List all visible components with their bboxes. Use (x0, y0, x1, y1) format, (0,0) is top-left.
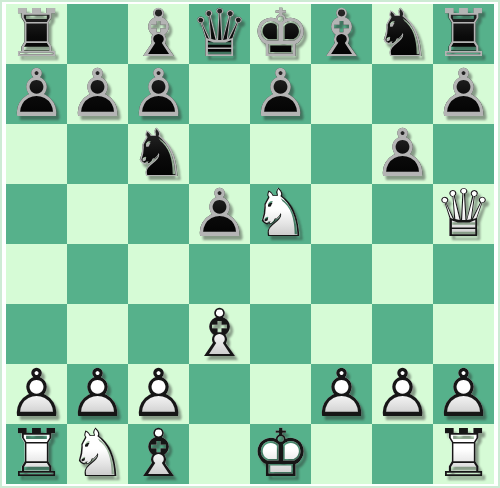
black-pawn-outline-icon: ♙ (67, 64, 128, 124)
square-c4[interactable] (128, 244, 189, 304)
square-e4[interactable] (250, 244, 311, 304)
square-f4[interactable] (311, 244, 372, 304)
square-d6[interactable] (189, 124, 250, 184)
black-queen-outline-icon: ♕ (189, 4, 250, 64)
square-b8[interactable] (67, 4, 128, 64)
black-rook-outline-icon: ♖ (6, 4, 67, 64)
square-e5[interactable]: ♞♘ (250, 184, 311, 244)
white-pawn-icon: ♟ (6, 364, 67, 424)
square-e3[interactable] (250, 304, 311, 364)
square-g2[interactable]: ♟♙ (372, 364, 433, 424)
piece-black-knight[interactable]: ♞♘ (128, 124, 189, 184)
black-pawn-outline-icon: ♙ (250, 64, 311, 124)
square-d3[interactable]: ♝♗ (189, 304, 250, 364)
square-d7[interactable] (189, 64, 250, 124)
black-pawn-icon: ♟ (433, 64, 494, 124)
piece-black-bishop[interactable]: ♝♗ (128, 4, 189, 64)
piece-black-pawn[interactable]: ♟♙ (67, 64, 128, 124)
square-d1[interactable] (189, 424, 250, 484)
piece-white-pawn[interactable]: ♟♙ (372, 364, 433, 424)
piece-white-pawn[interactable]: ♟♙ (128, 364, 189, 424)
square-b1[interactable]: ♞♘ (67, 424, 128, 484)
square-g8[interactable]: ♞♘ (372, 4, 433, 64)
white-pawn-outline-icon: ♙ (372, 364, 433, 424)
black-bishop-outline-icon: ♗ (311, 4, 372, 64)
square-g6[interactable]: ♟♙ (372, 124, 433, 184)
square-b7[interactable]: ♟♙ (67, 64, 128, 124)
white-rook-icon: ♜ (433, 424, 494, 484)
square-h5[interactable]: ♛♕ (433, 184, 494, 244)
piece-white-knight[interactable]: ♞♘ (67, 424, 128, 484)
white-pawn-outline-icon: ♙ (128, 364, 189, 424)
square-g7[interactable] (372, 64, 433, 124)
piece-black-knight[interactable]: ♞♘ (372, 4, 433, 64)
piece-white-pawn[interactable]: ♟♙ (67, 364, 128, 424)
piece-white-pawn[interactable]: ♟♙ (311, 364, 372, 424)
black-knight-icon: ♞ (128, 124, 189, 184)
piece-black-pawn[interactable]: ♟♙ (433, 64, 494, 124)
white-pawn-icon: ♟ (372, 364, 433, 424)
piece-white-knight[interactable]: ♞♘ (250, 184, 311, 244)
white-rook-icon: ♜ (6, 424, 67, 484)
white-knight-icon: ♞ (250, 184, 311, 244)
black-bishop-icon: ♝ (311, 4, 372, 64)
black-pawn-icon: ♟ (6, 64, 67, 124)
piece-white-bishop[interactable]: ♝♗ (189, 304, 250, 364)
square-b3[interactable] (67, 304, 128, 364)
black-bishop-icon: ♝ (128, 4, 189, 64)
chess-board: ♜♖♝♗♛♕♚♔♝♗♞♘♜♖♟♙♟♙♟♙♟♙♟♙♞♘♟♙♟♙♞♘♛♕♝♗♟♙♟♙… (6, 4, 494, 484)
black-knight-outline-icon: ♘ (372, 4, 433, 64)
black-rook-icon: ♜ (433, 4, 494, 64)
black-queen-icon: ♛ (189, 4, 250, 64)
piece-black-pawn[interactable]: ♟♙ (6, 64, 67, 124)
piece-black-queen[interactable]: ♛♕ (189, 4, 250, 64)
square-h4[interactable] (433, 244, 494, 304)
square-a3[interactable] (6, 304, 67, 364)
square-f2[interactable]: ♟♙ (311, 364, 372, 424)
black-pawn-outline-icon: ♙ (128, 64, 189, 124)
square-h2[interactable]: ♟♙ (433, 364, 494, 424)
square-h7[interactable]: ♟♙ (433, 64, 494, 124)
square-g1[interactable] (372, 424, 433, 484)
square-g5[interactable] (372, 184, 433, 244)
square-c8[interactable]: ♝♗ (128, 4, 189, 64)
white-bishop-icon: ♝ (189, 304, 250, 364)
square-d8[interactable]: ♛♕ (189, 4, 250, 64)
black-pawn-icon: ♟ (250, 64, 311, 124)
square-b6[interactable] (67, 124, 128, 184)
piece-white-rook[interactable]: ♜♖ (6, 424, 67, 484)
square-f8[interactable]: ♝♗ (311, 4, 372, 64)
white-knight-outline-icon: ♘ (67, 424, 128, 484)
square-a4[interactable] (6, 244, 67, 304)
square-a7[interactable]: ♟♙ (6, 64, 67, 124)
piece-white-rook[interactable]: ♜♖ (433, 424, 494, 484)
square-e8[interactable]: ♚♔ (250, 4, 311, 64)
square-f3[interactable] (311, 304, 372, 364)
square-c2[interactable]: ♟♙ (128, 364, 189, 424)
square-f1[interactable] (311, 424, 372, 484)
black-knight-outline-icon: ♘ (128, 124, 189, 184)
white-queen-outline-icon: ♕ (433, 184, 494, 244)
piece-black-pawn[interactable]: ♟♙ (128, 64, 189, 124)
square-a8[interactable]: ♜♖ (6, 4, 67, 64)
piece-white-bishop[interactable]: ♝♗ (128, 424, 189, 484)
square-h8[interactable]: ♜♖ (433, 4, 494, 64)
black-knight-icon: ♞ (372, 4, 433, 64)
black-pawn-outline-icon: ♙ (189, 184, 250, 244)
square-d5[interactable]: ♟♙ (189, 184, 250, 244)
square-c6[interactable]: ♞♘ (128, 124, 189, 184)
square-e1[interactable]: ♚♔ (250, 424, 311, 484)
square-e2[interactable] (250, 364, 311, 424)
square-h6[interactable] (433, 124, 494, 184)
piece-black-pawn[interactable]: ♟♙ (250, 64, 311, 124)
board-frame: ♜♖♝♗♛♕♚♔♝♗♞♘♜♖♟♙♟♙♟♙♟♙♟♙♞♘♟♙♟♙♞♘♛♕♝♗♟♙♟♙… (0, 0, 500, 488)
square-f6[interactable] (311, 124, 372, 184)
black-rook-outline-icon: ♖ (433, 4, 494, 64)
square-h3[interactable] (433, 304, 494, 364)
white-bishop-outline-icon: ♗ (128, 424, 189, 484)
square-g3[interactable] (372, 304, 433, 364)
piece-white-king[interactable]: ♚♔ (250, 424, 311, 484)
square-a2[interactable]: ♟♙ (6, 364, 67, 424)
square-c1[interactable]: ♝♗ (128, 424, 189, 484)
square-e6[interactable] (250, 124, 311, 184)
white-bishop-icon: ♝ (128, 424, 189, 484)
white-knight-icon: ♞ (67, 424, 128, 484)
white-bishop-outline-icon: ♗ (189, 304, 250, 364)
black-pawn-icon: ♟ (67, 64, 128, 124)
piece-black-bishop[interactable]: ♝♗ (311, 4, 372, 64)
white-pawn-outline-icon: ♙ (67, 364, 128, 424)
white-rook-outline-icon: ♖ (433, 424, 494, 484)
piece-black-pawn[interactable]: ♟♙ (372, 124, 433, 184)
white-pawn-icon: ♟ (311, 364, 372, 424)
black-king-outline-icon: ♔ (250, 4, 311, 64)
white-pawn-outline-icon: ♙ (311, 364, 372, 424)
piece-white-pawn[interactable]: ♟♙ (433, 364, 494, 424)
piece-white-queen[interactable]: ♛♕ (433, 184, 494, 244)
white-pawn-icon: ♟ (433, 364, 494, 424)
black-pawn-outline-icon: ♙ (6, 64, 67, 124)
white-knight-outline-icon: ♘ (250, 184, 311, 244)
square-a5[interactable] (6, 184, 67, 244)
black-pawn-outline-icon: ♙ (372, 124, 433, 184)
square-b2[interactable]: ♟♙ (67, 364, 128, 424)
square-g4[interactable] (372, 244, 433, 304)
white-queen-icon: ♛ (433, 184, 494, 244)
white-pawn-icon: ♟ (128, 364, 189, 424)
white-king-icon: ♚ (250, 424, 311, 484)
black-pawn-icon: ♟ (372, 124, 433, 184)
black-king-icon: ♚ (250, 4, 311, 64)
square-b5[interactable] (67, 184, 128, 244)
square-c3[interactable] (128, 304, 189, 364)
square-f5[interactable] (311, 184, 372, 244)
piece-black-pawn[interactable]: ♟♙ (189, 184, 250, 244)
square-d2[interactable] (189, 364, 250, 424)
black-bishop-outline-icon: ♗ (128, 4, 189, 64)
white-pawn-outline-icon: ♙ (6, 364, 67, 424)
square-a6[interactable] (6, 124, 67, 184)
piece-black-rook[interactable]: ♜♖ (433, 4, 494, 64)
square-f7[interactable] (311, 64, 372, 124)
black-pawn-outline-icon: ♙ (433, 64, 494, 124)
black-rook-icon: ♜ (6, 4, 67, 64)
square-c7[interactable]: ♟♙ (128, 64, 189, 124)
white-rook-outline-icon: ♖ (6, 424, 67, 484)
black-pawn-icon: ♟ (189, 184, 250, 244)
black-pawn-icon: ♟ (128, 64, 189, 124)
square-e7[interactable]: ♟♙ (250, 64, 311, 124)
white-pawn-outline-icon: ♙ (433, 364, 494, 424)
white-pawn-icon: ♟ (67, 364, 128, 424)
square-b4[interactable] (67, 244, 128, 304)
square-d4[interactable] (189, 244, 250, 304)
square-h1[interactable]: ♜♖ (433, 424, 494, 484)
piece-black-king[interactable]: ♚♔ (250, 4, 311, 64)
piece-black-rook[interactable]: ♜♖ (6, 4, 67, 64)
square-c5[interactable] (128, 184, 189, 244)
piece-white-pawn[interactable]: ♟♙ (6, 364, 67, 424)
white-king-outline-icon: ♔ (250, 424, 311, 484)
square-a1[interactable]: ♜♖ (6, 424, 67, 484)
